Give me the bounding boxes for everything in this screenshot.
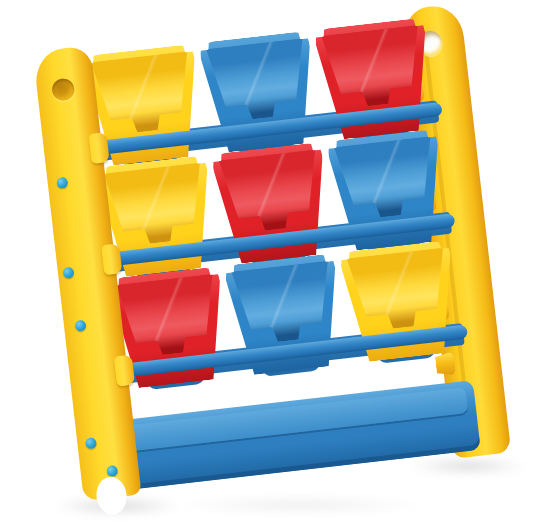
bin-interior [345,247,454,333]
bin-interior [217,149,326,235]
bin-interior [89,51,198,137]
bin-interior [332,136,441,222]
hanger-hole [51,77,75,101]
rail-bracket [88,132,109,164]
foot-arch [94,475,128,516]
rivet [106,465,118,477]
rail-bracket [101,243,122,275]
bin-interior [229,260,338,346]
toy-storage-organizer [33,3,513,519]
bin-interior [114,273,223,359]
product-photo [0,0,547,526]
rivet [85,437,97,449]
bin-rows [69,7,471,406]
bin-interior [204,38,313,124]
bin-interior [101,162,210,248]
rail-bracket [114,355,135,387]
rivet [74,320,86,332]
bin-interior [319,25,428,111]
rivet [62,267,74,279]
rivet [56,177,68,189]
